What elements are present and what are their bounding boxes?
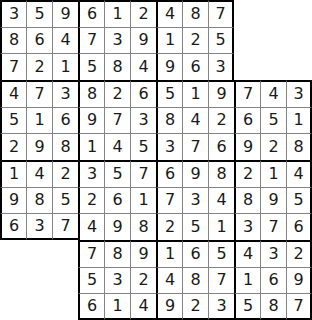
cell-r2c2: 6 bbox=[26, 27, 52, 54]
cell-r10c7: 1 bbox=[156, 240, 182, 267]
cell-r5c12: 1 bbox=[286, 107, 312, 134]
twodoku-board: 3596124878647391257215849634738265197435… bbox=[0, 0, 312, 320]
cell-r10c12: 2 bbox=[286, 240, 312, 267]
cell-r11c11: 6 bbox=[260, 267, 286, 294]
cell-r6c2: 9 bbox=[26, 133, 52, 160]
page: 3596124878647391257215849634738265197435… bbox=[0, 0, 312, 320]
empty-space bbox=[0, 240, 26, 267]
empty-space bbox=[26, 240, 52, 267]
cell-r1c3: 9 bbox=[52, 0, 78, 27]
cell-r5c1: 5 bbox=[0, 107, 26, 134]
cell-r11c5: 3 bbox=[104, 267, 130, 294]
cell-r8c4: 2 bbox=[78, 187, 104, 214]
empty-space bbox=[0, 293, 26, 320]
cell-r8c10: 8 bbox=[234, 187, 260, 214]
cell-r1c1: 3 bbox=[0, 0, 26, 27]
empty-space bbox=[52, 240, 78, 267]
cell-r12c10: 5 bbox=[234, 293, 260, 320]
cell-r11c4: 5 bbox=[78, 267, 104, 294]
empty-space bbox=[234, 27, 260, 54]
empty-space bbox=[26, 293, 52, 320]
cell-r5c6: 3 bbox=[130, 107, 156, 134]
cell-r9c2: 3 bbox=[26, 213, 52, 240]
empty-space bbox=[286, 27, 312, 54]
cell-r9c6: 8 bbox=[130, 213, 156, 240]
cell-r3c3: 1 bbox=[52, 53, 78, 80]
empty-space bbox=[0, 267, 26, 294]
cell-r1c9: 7 bbox=[208, 0, 234, 27]
cell-r9c5: 9 bbox=[104, 213, 130, 240]
cell-r4c6: 6 bbox=[130, 80, 156, 107]
cell-r6c4: 1 bbox=[78, 133, 104, 160]
empty-space bbox=[286, 53, 312, 80]
cell-r6c9: 6 bbox=[208, 133, 234, 160]
cell-r5c9: 2 bbox=[208, 107, 234, 134]
cell-r10c6: 9 bbox=[130, 240, 156, 267]
cell-r7c6: 7 bbox=[130, 160, 156, 187]
cell-r11c10: 1 bbox=[234, 267, 260, 294]
cell-r12c12: 7 bbox=[286, 293, 312, 320]
cell-r9c8: 5 bbox=[182, 213, 208, 240]
cell-r7c3: 2 bbox=[52, 160, 78, 187]
cell-r11c9: 7 bbox=[208, 267, 234, 294]
cell-r11c12: 9 bbox=[286, 267, 312, 294]
cell-r8c2: 8 bbox=[26, 187, 52, 214]
cell-r3c5: 8 bbox=[104, 53, 130, 80]
cell-r10c11: 3 bbox=[260, 240, 286, 267]
cell-r12c4: 6 bbox=[78, 293, 104, 320]
cell-r3c2: 2 bbox=[26, 53, 52, 80]
cell-r10c8: 6 bbox=[182, 240, 208, 267]
empty-space bbox=[234, 0, 260, 27]
cell-r2c3: 4 bbox=[52, 27, 78, 54]
cell-r8c5: 6 bbox=[104, 187, 130, 214]
cell-r10c5: 8 bbox=[104, 240, 130, 267]
cell-r2c8: 2 bbox=[182, 27, 208, 54]
cell-r5c7: 8 bbox=[156, 107, 182, 134]
cell-r4c4: 8 bbox=[78, 80, 104, 107]
cell-r7c1: 1 bbox=[0, 160, 26, 187]
cell-r3c7: 9 bbox=[156, 53, 182, 80]
cell-r7c10: 2 bbox=[234, 160, 260, 187]
cell-r7c8: 9 bbox=[182, 160, 208, 187]
cell-r9c3: 7 bbox=[52, 213, 78, 240]
cell-r12c8: 2 bbox=[182, 293, 208, 320]
cell-r4c1: 4 bbox=[0, 80, 26, 107]
cell-r8c6: 1 bbox=[130, 187, 156, 214]
cell-r7c4: 3 bbox=[78, 160, 104, 187]
cell-r12c6: 4 bbox=[130, 293, 156, 320]
cell-r10c10: 4 bbox=[234, 240, 260, 267]
empty-space bbox=[260, 53, 286, 80]
cell-r12c11: 8 bbox=[260, 293, 286, 320]
cell-r9c9: 1 bbox=[208, 213, 234, 240]
cell-r2c5: 3 bbox=[104, 27, 130, 54]
cell-r2c4: 7 bbox=[78, 27, 104, 54]
cell-r1c8: 8 bbox=[182, 0, 208, 27]
empty-space bbox=[286, 0, 312, 27]
cell-r5c4: 9 bbox=[78, 107, 104, 134]
cell-r3c8: 6 bbox=[182, 53, 208, 80]
cell-r8c12: 5 bbox=[286, 187, 312, 214]
cell-r1c6: 2 bbox=[130, 0, 156, 27]
cell-r4c3: 3 bbox=[52, 80, 78, 107]
cell-r2c1: 8 bbox=[0, 27, 26, 54]
cell-r9c7: 2 bbox=[156, 213, 182, 240]
cell-r6c8: 7 bbox=[182, 133, 208, 160]
cell-r4c2: 7 bbox=[26, 80, 52, 107]
cell-r11c6: 2 bbox=[130, 267, 156, 294]
cell-r8c3: 5 bbox=[52, 187, 78, 214]
cell-r6c7: 3 bbox=[156, 133, 182, 160]
cell-r5c2: 1 bbox=[26, 107, 52, 134]
cell-r12c5: 1 bbox=[104, 293, 130, 320]
cell-r4c5: 2 bbox=[104, 80, 130, 107]
cell-r6c10: 9 bbox=[234, 133, 260, 160]
cell-r3c1: 7 bbox=[0, 53, 26, 80]
cell-r6c3: 8 bbox=[52, 133, 78, 160]
cell-r3c9: 3 bbox=[208, 53, 234, 80]
cell-r5c11: 5 bbox=[260, 107, 286, 134]
empty-space bbox=[260, 0, 286, 27]
cell-r1c4: 6 bbox=[78, 0, 104, 27]
cell-r11c8: 8 bbox=[182, 267, 208, 294]
cell-r8c9: 4 bbox=[208, 187, 234, 214]
empty-space bbox=[52, 267, 78, 294]
cell-r6c5: 4 bbox=[104, 133, 130, 160]
cell-r3c6: 4 bbox=[130, 53, 156, 80]
cell-r6c12: 8 bbox=[286, 133, 312, 160]
cell-r7c5: 5 bbox=[104, 160, 130, 187]
cell-r2c7: 1 bbox=[156, 27, 182, 54]
cell-r3c4: 5 bbox=[78, 53, 104, 80]
cell-r1c7: 4 bbox=[156, 0, 182, 27]
cell-r4c10: 7 bbox=[234, 80, 260, 107]
empty-space bbox=[26, 267, 52, 294]
cell-r8c8: 3 bbox=[182, 187, 208, 214]
cell-r7c9: 8 bbox=[208, 160, 234, 187]
cell-r4c12: 3 bbox=[286, 80, 312, 107]
cell-r9c12: 6 bbox=[286, 213, 312, 240]
empty-space bbox=[234, 53, 260, 80]
cell-r9c10: 3 bbox=[234, 213, 260, 240]
cell-r5c10: 6 bbox=[234, 107, 260, 134]
cell-r9c1: 6 bbox=[0, 213, 26, 240]
cell-r10c4: 7 bbox=[78, 240, 104, 267]
cell-r8c7: 7 bbox=[156, 187, 182, 214]
cell-r12c9: 3 bbox=[208, 293, 234, 320]
cell-r4c7: 5 bbox=[156, 80, 182, 107]
cell-r6c1: 2 bbox=[0, 133, 26, 160]
cell-r1c5: 1 bbox=[104, 0, 130, 27]
empty-space bbox=[52, 293, 78, 320]
cell-r1c2: 5 bbox=[26, 0, 52, 27]
cell-r6c6: 5 bbox=[130, 133, 156, 160]
cell-r7c12: 4 bbox=[286, 160, 312, 187]
cell-r7c11: 1 bbox=[260, 160, 286, 187]
cell-r2c6: 9 bbox=[130, 27, 156, 54]
cell-r4c9: 9 bbox=[208, 80, 234, 107]
cell-r4c11: 4 bbox=[260, 80, 286, 107]
cell-r9c11: 7 bbox=[260, 213, 286, 240]
cell-r11c7: 4 bbox=[156, 267, 182, 294]
cell-r5c3: 6 bbox=[52, 107, 78, 134]
cell-r7c7: 6 bbox=[156, 160, 182, 187]
cell-r4c8: 1 bbox=[182, 80, 208, 107]
cell-r6c11: 2 bbox=[260, 133, 286, 160]
cell-r8c1: 9 bbox=[0, 187, 26, 214]
cell-r12c7: 9 bbox=[156, 293, 182, 320]
cell-r8c11: 9 bbox=[260, 187, 286, 214]
cell-r2c9: 5 bbox=[208, 27, 234, 54]
cell-r5c8: 4 bbox=[182, 107, 208, 134]
cell-r5c5: 7 bbox=[104, 107, 130, 134]
cell-r7c2: 4 bbox=[26, 160, 52, 187]
empty-space bbox=[260, 27, 286, 54]
cell-r10c9: 5 bbox=[208, 240, 234, 267]
cell-r9c4: 4 bbox=[78, 213, 104, 240]
